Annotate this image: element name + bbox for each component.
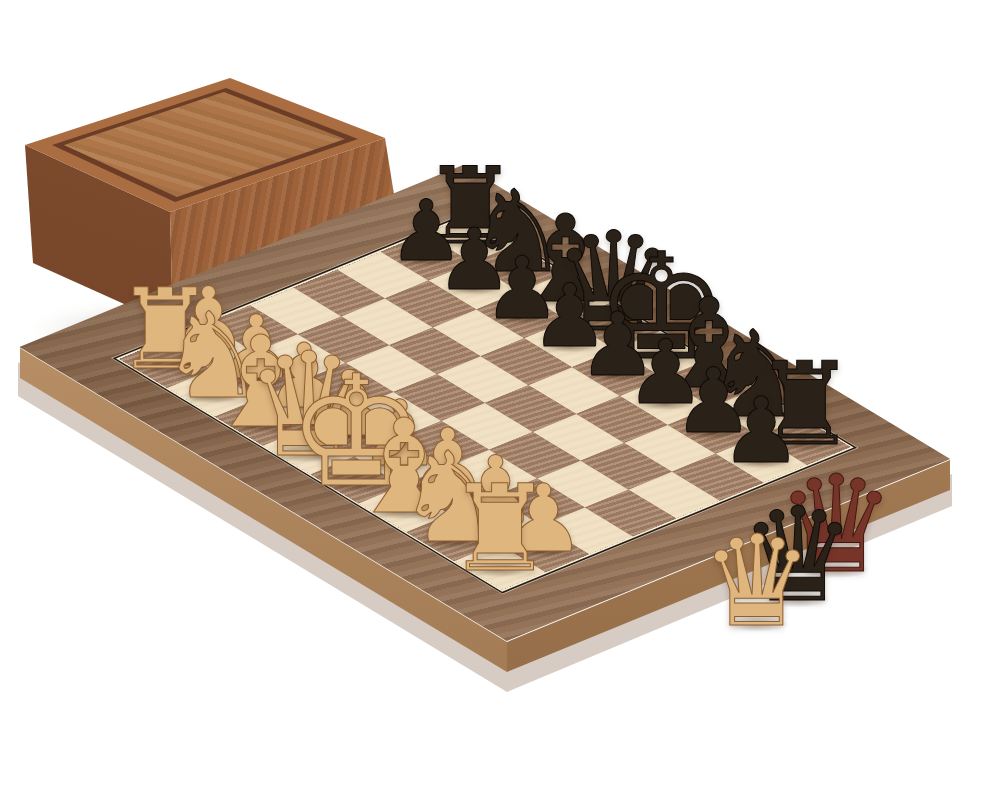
piece-white-rook[interactable]: ♜ <box>446 469 553 589</box>
spare-queen-boxwood[interactable]: ♛ <box>701 519 814 645</box>
scene: ♜♞♝♛♚♝♞♜♟♟♟♟♟♟♟♟♟♟♟♟♟♟♟♟♜♞♝♛♚♝♞♜♛♛♛ <box>0 0 1000 800</box>
piece-layer: ♜♞♝♛♚♝♞♜♟♟♟♟♟♟♟♟♟♟♟♟♟♟♟♟♜♞♝♛♚♝♞♜♛♛♛ <box>0 0 1000 800</box>
